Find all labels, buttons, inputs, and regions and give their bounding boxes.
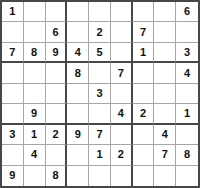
cell-r7c2[interactable]: 1 bbox=[24, 125, 46, 145]
cell-r6c8[interactable] bbox=[154, 104, 176, 124]
cell-r6c9[interactable]: 1 bbox=[176, 104, 198, 124]
cell-r4c3[interactable] bbox=[46, 63, 68, 83]
cell-r2c9[interactable] bbox=[176, 22, 198, 42]
cell-r7c6[interactable] bbox=[111, 125, 133, 145]
cell-r1c9[interactable]: 6 bbox=[176, 2, 198, 22]
cell-r2c5[interactable]: 2 bbox=[89, 22, 111, 42]
cell-r3c8[interactable] bbox=[154, 43, 176, 63]
cell-r1c1[interactable]: 1 bbox=[2, 2, 24, 22]
cell-r1c6[interactable] bbox=[111, 2, 133, 22]
cell-r1c5[interactable] bbox=[89, 2, 111, 22]
cell-r2c3[interactable]: 6 bbox=[46, 22, 68, 42]
cell-r5c4[interactable] bbox=[67, 84, 89, 104]
cell-r1c3[interactable] bbox=[46, 2, 68, 22]
cell-r7c7[interactable] bbox=[133, 125, 155, 145]
cell-r4c1[interactable] bbox=[2, 63, 24, 83]
cell-r4c9[interactable]: 4 bbox=[176, 63, 198, 83]
cell-r9c3[interactable]: 8 bbox=[46, 166, 68, 186]
cell-r9c2[interactable] bbox=[24, 166, 46, 186]
cell-r6c7[interactable]: 2 bbox=[133, 104, 155, 124]
cell-r3c3[interactable]: 9 bbox=[46, 43, 68, 63]
cell-r6c1[interactable] bbox=[2, 104, 24, 124]
cell-r5c6[interactable] bbox=[111, 84, 133, 104]
cell-r1c2[interactable] bbox=[24, 2, 46, 22]
cell-r9c1[interactable]: 9 bbox=[2, 166, 24, 186]
cell-r3c9[interactable]: 3 bbox=[176, 43, 198, 63]
cell-r3c6[interactable] bbox=[111, 43, 133, 63]
cell-r3c4[interactable]: 4 bbox=[67, 43, 89, 63]
cell-r8c4[interactable] bbox=[67, 145, 89, 165]
cell-r9c7[interactable] bbox=[133, 166, 155, 186]
cell-r3c5[interactable]: 5 bbox=[89, 43, 111, 63]
cell-r2c2[interactable] bbox=[24, 22, 46, 42]
cell-r9c9[interactable] bbox=[176, 166, 198, 186]
cell-r5c7[interactable] bbox=[133, 84, 155, 104]
cell-r3c7[interactable]: 1 bbox=[133, 43, 155, 63]
cell-r6c3[interactable] bbox=[46, 104, 68, 124]
cell-r6c4[interactable] bbox=[67, 104, 89, 124]
cell-r2c7[interactable]: 7 bbox=[133, 22, 155, 42]
cell-r4c8[interactable] bbox=[154, 63, 176, 83]
cell-r2c6[interactable] bbox=[111, 22, 133, 42]
cell-r5c8[interactable] bbox=[154, 84, 176, 104]
cell-r2c8[interactable] bbox=[154, 22, 176, 42]
cell-r7c4[interactable]: 9 bbox=[67, 125, 89, 145]
cell-r6c6[interactable]: 4 bbox=[111, 104, 133, 124]
cell-r7c1[interactable]: 3 bbox=[2, 125, 24, 145]
cell-r9c6[interactable] bbox=[111, 166, 133, 186]
cell-r7c5[interactable]: 7 bbox=[89, 125, 111, 145]
cell-r9c4[interactable] bbox=[67, 166, 89, 186]
cell-r1c8[interactable] bbox=[154, 2, 176, 22]
cell-r7c3[interactable]: 2 bbox=[46, 125, 68, 145]
cell-r4c6[interactable]: 7 bbox=[111, 63, 133, 83]
cell-r8c7[interactable] bbox=[133, 145, 155, 165]
sudoku-board: 166277894513874394213129744127898 bbox=[0, 0, 200, 188]
cell-r5c5[interactable]: 3 bbox=[89, 84, 111, 104]
cell-r1c4[interactable] bbox=[67, 2, 89, 22]
cell-r7c8[interactable]: 4 bbox=[154, 125, 176, 145]
cell-r6c2[interactable]: 9 bbox=[24, 104, 46, 124]
cell-r9c5[interactable] bbox=[89, 166, 111, 186]
cell-r8c5[interactable]: 1 bbox=[89, 145, 111, 165]
cell-r4c5[interactable] bbox=[89, 63, 111, 83]
cell-r4c4[interactable]: 8 bbox=[67, 63, 89, 83]
cell-r8c1[interactable] bbox=[2, 145, 24, 165]
cell-r5c2[interactable] bbox=[24, 84, 46, 104]
cell-r7c9[interactable] bbox=[176, 125, 198, 145]
cell-r8c3[interactable] bbox=[46, 145, 68, 165]
cell-r8c2[interactable]: 4 bbox=[24, 145, 46, 165]
cell-r5c3[interactable] bbox=[46, 84, 68, 104]
cell-r4c2[interactable] bbox=[24, 63, 46, 83]
cell-r6c5[interactable] bbox=[89, 104, 111, 124]
cell-r2c1[interactable] bbox=[2, 22, 24, 42]
cell-r5c1[interactable] bbox=[2, 84, 24, 104]
cell-r3c1[interactable]: 7 bbox=[2, 43, 24, 63]
cell-r3c2[interactable]: 8 bbox=[24, 43, 46, 63]
cell-r1c7[interactable] bbox=[133, 2, 155, 22]
cell-r5c9[interactable] bbox=[176, 84, 198, 104]
cell-r8c6[interactable]: 2 bbox=[111, 145, 133, 165]
cell-r8c9[interactable]: 8 bbox=[176, 145, 198, 165]
cell-r2c4[interactable] bbox=[67, 22, 89, 42]
cell-r8c8[interactable]: 7 bbox=[154, 145, 176, 165]
cell-r9c8[interactable] bbox=[154, 166, 176, 186]
cell-r4c7[interactable] bbox=[133, 63, 155, 83]
